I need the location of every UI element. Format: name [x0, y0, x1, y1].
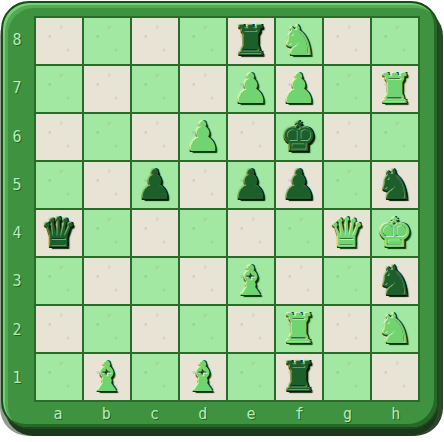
square-b2[interactable]	[84, 306, 130, 352]
square-g2[interactable]	[324, 306, 370, 352]
piece-black-pawn[interactable]: ♟	[132, 162, 178, 208]
piece-black-king[interactable]: ♚	[276, 114, 322, 160]
square-f5[interactable]: ♟	[276, 162, 322, 208]
piece-black-queen[interactable]: ♛	[36, 210, 82, 256]
square-d2[interactable]	[180, 306, 226, 352]
square-c7[interactable]	[132, 66, 178, 112]
file-label-f: f	[275, 402, 323, 426]
square-e6[interactable]	[228, 114, 274, 160]
square-c5[interactable]: ♟	[132, 162, 178, 208]
square-h2[interactable]: ♞	[372, 306, 418, 352]
square-e4[interactable]	[228, 210, 274, 256]
square-d4[interactable]	[180, 210, 226, 256]
square-c2[interactable]	[132, 306, 178, 352]
square-f4[interactable]	[276, 210, 322, 256]
square-e8[interactable]: ♜	[228, 18, 274, 64]
piece-white-knight[interactable]: ♞	[372, 306, 418, 352]
square-h3[interactable]: ♞	[372, 258, 418, 304]
square-e1[interactable]	[228, 354, 274, 400]
square-h6[interactable]	[372, 114, 418, 160]
rank-labels: 87654321	[0, 16, 34, 402]
file-label-g: g	[324, 402, 372, 426]
square-b7[interactable]	[84, 66, 130, 112]
piece-black-rook[interactable]: ♜	[228, 18, 274, 64]
piece-white-pawn[interactable]: ♟	[276, 66, 322, 112]
square-e3[interactable]: ♝	[228, 258, 274, 304]
piece-white-pawn[interactable]: ♟	[180, 114, 226, 160]
file-labels: abcdefgh	[34, 402, 420, 426]
square-c3[interactable]	[132, 258, 178, 304]
square-a2[interactable]	[36, 306, 82, 352]
square-h5[interactable]: ♞	[372, 162, 418, 208]
square-g7[interactable]	[324, 66, 370, 112]
rank-label-6: 6	[0, 113, 34, 161]
square-b4[interactable]	[84, 210, 130, 256]
file-label-a: a	[34, 402, 82, 426]
square-b1[interactable]: ♝	[84, 354, 130, 400]
square-f7[interactable]: ♟	[276, 66, 322, 112]
square-c8[interactable]	[132, 18, 178, 64]
square-a7[interactable]	[36, 66, 82, 112]
piece-white-bishop[interactable]: ♝	[228, 258, 274, 304]
rank-label-2: 2	[0, 306, 34, 354]
square-b8[interactable]	[84, 18, 130, 64]
file-label-e: e	[227, 402, 275, 426]
square-h7[interactable]: ♜	[372, 66, 418, 112]
square-a5[interactable]	[36, 162, 82, 208]
piece-white-bishop[interactable]: ♝	[84, 354, 130, 400]
square-g1[interactable]	[324, 354, 370, 400]
rank-label-5: 5	[0, 161, 34, 209]
square-f6[interactable]: ♚	[276, 114, 322, 160]
square-h1[interactable]	[372, 354, 418, 400]
square-f2[interactable]: ♜	[276, 306, 322, 352]
square-a4[interactable]: ♛	[36, 210, 82, 256]
square-b3[interactable]	[84, 258, 130, 304]
piece-white-king[interactable]: ♚	[372, 210, 418, 256]
piece-white-rook[interactable]: ♜	[372, 66, 418, 112]
rank-label-7: 7	[0, 64, 34, 112]
square-a3[interactable]	[36, 258, 82, 304]
piece-black-pawn[interactable]: ♟	[276, 162, 322, 208]
rank-label-4: 4	[0, 209, 34, 257]
piece-white-pawn[interactable]: ♟	[228, 66, 274, 112]
square-d8[interactable]	[180, 18, 226, 64]
piece-black-knight[interactable]: ♞	[372, 258, 418, 304]
rank-label-1: 1	[0, 354, 34, 402]
square-e5[interactable]: ♟	[228, 162, 274, 208]
square-d7[interactable]	[180, 66, 226, 112]
square-f1[interactable]: ♜	[276, 354, 322, 400]
square-c1[interactable]	[132, 354, 178, 400]
file-label-h: h	[372, 402, 420, 426]
square-g3[interactable]	[324, 258, 370, 304]
square-a6[interactable]	[36, 114, 82, 160]
square-d1[interactable]: ♝	[180, 354, 226, 400]
square-f3[interactable]	[276, 258, 322, 304]
piece-black-knight[interactable]: ♞	[372, 162, 418, 208]
piece-white-rook[interactable]: ♜	[276, 306, 322, 352]
square-a8[interactable]	[36, 18, 82, 64]
square-h8[interactable]	[372, 18, 418, 64]
square-b6[interactable]	[84, 114, 130, 160]
piece-white-bishop[interactable]: ♝	[180, 354, 226, 400]
square-f8[interactable]: ♞	[276, 18, 322, 64]
rank-label-3: 3	[0, 257, 34, 305]
square-g6[interactable]	[324, 114, 370, 160]
file-label-b: b	[82, 402, 130, 426]
file-label-c: c	[131, 402, 179, 426]
square-d5[interactable]	[180, 162, 226, 208]
square-d3[interactable]	[180, 258, 226, 304]
square-d6[interactable]: ♟	[180, 114, 226, 160]
square-e2[interactable]	[228, 306, 274, 352]
square-e7[interactable]: ♟	[228, 66, 274, 112]
rank-label-8: 8	[0, 16, 34, 64]
file-label-d: d	[179, 402, 227, 426]
piece-black-pawn[interactable]: ♟	[228, 162, 274, 208]
square-c6[interactable]	[132, 114, 178, 160]
square-h4[interactable]: ♚	[372, 210, 418, 256]
piece-white-knight[interactable]: ♞	[276, 18, 322, 64]
piece-white-queen[interactable]: ♛	[324, 210, 370, 256]
square-g8[interactable]	[324, 18, 370, 64]
piece-black-rook[interactable]: ♜	[276, 354, 322, 400]
square-g4[interactable]: ♛	[324, 210, 370, 256]
square-b5[interactable]	[84, 162, 130, 208]
square-a1[interactable]	[36, 354, 82, 400]
square-c4[interactable]	[132, 210, 178, 256]
square-g5[interactable]	[324, 162, 370, 208]
board-grid: ♜♞♟♟♜♟♚♟♟♟♞♛♛♚♝♞♜♞♝♝♜	[34, 16, 420, 402]
